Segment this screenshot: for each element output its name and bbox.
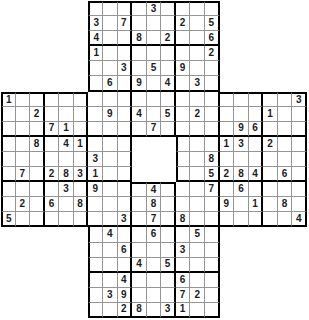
given-digit-r13c11[interactable]: 4 xyxy=(147,182,162,197)
empty-cell-r4c10[interactable] xyxy=(132,46,147,61)
empty-cell-r4c11[interactable] xyxy=(147,46,162,61)
empty-cell-r9c6[interactable] xyxy=(74,122,89,137)
empty-cell-r14c5[interactable] xyxy=(59,197,74,212)
empty-cell-r17c7[interactable] xyxy=(88,243,103,258)
empty-cell-r19c10[interactable] xyxy=(132,273,147,288)
empty-cell-r20c10[interactable] xyxy=(132,288,147,303)
given-digit-r3c7[interactable]: 4 xyxy=(88,31,103,46)
given-digit-r14c6[interactable]: 8 xyxy=(74,197,89,212)
empty-cell-r12c9[interactable] xyxy=(118,167,133,182)
given-digit-r18c10[interactable]: 4 xyxy=(132,258,147,273)
empty-cell-r9c3[interactable] xyxy=(30,122,45,137)
given-digit-r2c13[interactable]: 2 xyxy=(176,16,191,31)
given-digit-r3c10[interactable]: 8 xyxy=(132,31,147,46)
given-digit-r14c2[interactable]: 2 xyxy=(16,197,31,212)
given-digit-r14c16[interactable]: 9 xyxy=(220,197,235,212)
empty-cell-r10c18[interactable] xyxy=(249,137,264,152)
empty-cell-r12c8[interactable] xyxy=(103,167,118,182)
given-digit-r8c3[interactable]: 2 xyxy=(30,107,45,122)
given-digit-r17c9[interactable]: 6 xyxy=(118,243,133,258)
empty-cell-r8c9[interactable] xyxy=(118,107,133,122)
empty-cell-r7c11[interactable] xyxy=(147,92,162,107)
given-digit-r9c5[interactable]: 1 xyxy=(59,122,74,137)
empty-cell-r9c7[interactable] xyxy=(88,122,103,137)
empty-cell-r18c14[interactable] xyxy=(190,258,205,273)
empty-cell-r15c12[interactable] xyxy=(161,212,176,227)
empty-cell-r11c5[interactable] xyxy=(59,152,74,167)
given-digit-r5c11[interactable]: 5 xyxy=(147,61,162,76)
empty-cell-r8c4[interactable] xyxy=(45,107,60,122)
empty-cell-r9c2[interactable] xyxy=(16,122,31,137)
empty-cell-r15c14[interactable] xyxy=(190,212,205,227)
empty-cell-r12c14[interactable] xyxy=(190,167,205,182)
given-digit-r8c12[interactable]: 5 xyxy=(161,107,176,122)
empty-cell-r4c14[interactable] xyxy=(190,46,205,61)
empty-cell-r14c3[interactable] xyxy=(30,197,45,212)
empty-cell-r4c13[interactable] xyxy=(176,46,191,61)
empty-cell-r20c7[interactable] xyxy=(88,288,103,303)
given-digit-r13c5[interactable]: 3 xyxy=(59,182,74,197)
given-digit-r6c14[interactable]: 3 xyxy=(190,76,205,91)
given-digit-r10c5[interactable]: 4 xyxy=(59,137,74,152)
empty-cell-r9c20[interactable] xyxy=(278,122,293,137)
outside-area xyxy=(278,61,293,76)
given-digit-r11c7[interactable]: 3 xyxy=(88,152,103,167)
empty-cell-r15c16[interactable] xyxy=(220,212,235,227)
empty-cell-r1c15[interactable] xyxy=(205,1,220,16)
empty-cell-r13c6[interactable] xyxy=(74,182,89,197)
empty-cell-r12c3[interactable] xyxy=(30,167,45,182)
empty-cell-r9c21[interactable] xyxy=(292,122,307,137)
empty-cell-r7c19[interactable] xyxy=(263,92,278,107)
given-digit-r9c11[interactable]: 7 xyxy=(147,122,162,137)
empty-cell-r11c16[interactable] xyxy=(220,152,235,167)
empty-cell-r15c10[interactable] xyxy=(132,212,147,227)
empty-cell-r13c12[interactable] xyxy=(161,182,176,197)
empty-cell-r14c12[interactable] xyxy=(161,197,176,212)
empty-cell-r10c20[interactable] xyxy=(278,137,293,152)
empty-cell-r2c8[interactable] xyxy=(103,16,118,31)
given-digit-r14c11[interactable]: 8 xyxy=(147,197,162,212)
empty-cell-r15c4[interactable] xyxy=(45,212,60,227)
empty-cell-r9c8[interactable] xyxy=(103,122,118,137)
empty-cell-r19c15[interactable] xyxy=(205,273,220,288)
empty-cell-r4c9[interactable] xyxy=(118,46,133,61)
empty-cell-r5c10[interactable] xyxy=(132,61,147,76)
empty-cell-r9c9[interactable] xyxy=(118,122,133,137)
empty-cell-r20c12[interactable] xyxy=(161,288,176,303)
outside-area xyxy=(1,31,16,46)
empty-cell-r12c21[interactable] xyxy=(292,167,307,182)
empty-cell-r21c14[interactable] xyxy=(190,303,205,318)
empty-cell-r16c15[interactable] xyxy=(205,227,220,242)
given-digit-r20c13[interactable]: 7 xyxy=(176,288,191,303)
given-digit-r12c4[interactable]: 2 xyxy=(45,167,60,182)
empty-cell-r10c4[interactable] xyxy=(45,137,60,152)
empty-cell-r1c7[interactable] xyxy=(88,1,103,16)
given-digit-r8c14[interactable]: 2 xyxy=(190,107,205,122)
empty-cell-r5c12[interactable] xyxy=(161,61,176,76)
empty-cell-r18c9[interactable] xyxy=(118,258,133,273)
given-digit-r7c21[interactable]: 3 xyxy=(292,92,307,107)
given-digit-r16c8[interactable]: 4 xyxy=(103,227,118,242)
empty-cell-r1c10[interactable] xyxy=(132,1,147,16)
empty-cell-r10c7[interactable] xyxy=(88,137,103,152)
empty-cell-r15c3[interactable] xyxy=(30,212,45,227)
empty-cell-r21c8[interactable] xyxy=(103,303,118,318)
empty-cell-r8c13[interactable] xyxy=(176,107,191,122)
given-digit-r3c12[interactable]: 2 xyxy=(161,31,176,46)
outside-area xyxy=(263,243,278,258)
outside-area xyxy=(263,31,278,46)
given-digit-r21c12[interactable]: 3 xyxy=(161,303,176,318)
empty-cell-r21c15[interactable] xyxy=(205,303,220,318)
given-digit-r20c8[interactable]: 3 xyxy=(103,288,118,303)
empty-cell-r14c19[interactable] xyxy=(263,197,278,212)
given-digit-r12c17[interactable]: 8 xyxy=(234,167,249,182)
empty-cell-r4c12[interactable] xyxy=(161,46,176,61)
empty-cell-r1c8[interactable] xyxy=(103,1,118,16)
outside-area xyxy=(30,46,45,61)
given-digit-r6c8[interactable]: 6 xyxy=(103,76,118,91)
empty-cell-r10c14[interactable] xyxy=(190,137,205,152)
given-digit-r5c13[interactable]: 9 xyxy=(176,61,191,76)
empty-cell-r17c10[interactable] xyxy=(132,243,147,258)
empty-cell-r14c17[interactable] xyxy=(234,197,249,212)
empty-cell-r6c7[interactable] xyxy=(88,76,103,91)
empty-cell-r7c13[interactable] xyxy=(176,92,191,107)
empty-cell-r12c1[interactable] xyxy=(1,167,16,182)
empty-cell-r6c13[interactable] xyxy=(176,76,191,91)
given-digit-r15c13[interactable]: 8 xyxy=(176,212,191,227)
given-digit-r21c10[interactable]: 8 xyxy=(132,303,147,318)
empty-cell-r16c10[interactable] xyxy=(132,227,147,242)
given-digit-r12c7[interactable]: 1 xyxy=(88,167,103,182)
empty-cell-r18c7[interactable] xyxy=(88,258,103,273)
empty-cell-r1c14[interactable] xyxy=(190,1,205,16)
empty-cell-r11c6[interactable] xyxy=(74,152,89,167)
empty-cell-r6c9[interactable] xyxy=(118,76,133,91)
empty-cell-r7c18[interactable] xyxy=(249,92,264,107)
empty-cell-r15c19[interactable] xyxy=(263,212,278,227)
empty-cell-r8c5[interactable] xyxy=(59,107,74,122)
outside-area xyxy=(292,303,307,318)
given-digit-r12c20[interactable]: 6 xyxy=(278,167,293,182)
given-digit-r14c4[interactable]: 6 xyxy=(45,197,60,212)
empty-cell-r2c10[interactable] xyxy=(132,16,147,31)
empty-cell-r10c13[interactable] xyxy=(176,137,191,152)
outside-area xyxy=(263,303,278,318)
empty-cell-r8c2[interactable] xyxy=(16,107,31,122)
empty-cell-r11c20[interactable] xyxy=(278,152,293,167)
empty-cell-r11c18[interactable] xyxy=(249,152,264,167)
given-digit-r2c15[interactable]: 5 xyxy=(205,16,220,31)
outside-area xyxy=(1,273,16,288)
empty-cell-r13c20[interactable] xyxy=(278,182,293,197)
empty-cell-r16c9[interactable] xyxy=(118,227,133,242)
empty-cell-r15c20[interactable] xyxy=(278,212,293,227)
empty-cell-r11c9[interactable] xyxy=(118,152,133,167)
given-digit-r20c9[interactable]: 9 xyxy=(118,288,133,303)
empty-cell-r13c13[interactable] xyxy=(176,182,191,197)
empty-cell-r21c7[interactable] xyxy=(88,303,103,318)
empty-cell-r7c15[interactable] xyxy=(205,92,220,107)
empty-cell-r10c21[interactable] xyxy=(292,137,307,152)
empty-cell-r15c7[interactable] xyxy=(88,212,103,227)
given-digit-r19c9[interactable]: 4 xyxy=(118,273,133,288)
empty-cell-r15c8[interactable] xyxy=(103,212,118,227)
empty-cell-r12c13[interactable] xyxy=(176,167,191,182)
empty-cell-r15c2[interactable] xyxy=(16,212,31,227)
empty-cell-r19c7[interactable] xyxy=(88,273,103,288)
empty-cell-r6c11[interactable] xyxy=(147,76,162,91)
empty-cell-r8c7[interactable] xyxy=(88,107,103,122)
empty-cell-r7c14[interactable] xyxy=(190,92,205,107)
empty-cell-r8c1[interactable] xyxy=(1,107,16,122)
empty-cell-r13c21[interactable] xyxy=(292,182,307,197)
empty-cell-r10c2[interactable] xyxy=(16,137,31,152)
given-digit-r8c8[interactable]: 9 xyxy=(103,107,118,122)
empty-cell-r15c5[interactable] xyxy=(59,212,74,227)
empty-cell-r7c12[interactable] xyxy=(161,92,176,107)
empty-cell-r15c18[interactable] xyxy=(249,212,264,227)
given-digit-r21c13[interactable]: 1 xyxy=(176,303,191,318)
empty-cell-r3c8[interactable] xyxy=(103,31,118,46)
empty-cell-r8c18[interactable] xyxy=(249,107,264,122)
empty-cell-r15c6[interactable] xyxy=(74,212,89,227)
empty-cell-r13c14[interactable] xyxy=(190,182,205,197)
given-digit-r6c10[interactable]: 9 xyxy=(132,76,147,91)
empty-cell-r9c1[interactable] xyxy=(1,122,16,137)
empty-cell-r11c17[interactable] xyxy=(234,152,249,167)
empty-cell-r11c8[interactable] xyxy=(103,152,118,167)
empty-cell-r19c12[interactable] xyxy=(161,273,176,288)
empty-cell-r8c15[interactable] xyxy=(205,107,220,122)
given-digit-r10c6[interactable]: 1 xyxy=(74,137,89,152)
empty-cell-r17c11[interactable] xyxy=(147,243,162,258)
empty-cell-r9c16[interactable] xyxy=(220,122,235,137)
empty-cell-r14c1[interactable] xyxy=(1,197,16,212)
empty-cell-r13c16[interactable] xyxy=(220,182,235,197)
given-digit-r15c11[interactable]: 7 xyxy=(147,212,162,227)
given-digit-r12c2[interactable]: 7 xyxy=(16,167,31,182)
empty-cell-r5c7[interactable] xyxy=(88,61,103,76)
given-digit-r6c12[interactable]: 4 xyxy=(161,76,176,91)
outside-area xyxy=(16,288,31,303)
empty-cell-r8c21[interactable] xyxy=(292,107,307,122)
given-digit-r11c15[interactable]: 8 xyxy=(205,152,220,167)
empty-cell-r16c13[interactable] xyxy=(176,227,191,242)
empty-cell-r19c8[interactable] xyxy=(103,273,118,288)
empty-cell-r14c13[interactable] xyxy=(176,197,191,212)
empty-cell-r1c9[interactable] xyxy=(118,1,133,16)
given-digit-r12c16[interactable]: 2 xyxy=(220,167,235,182)
empty-cell-r14c15[interactable] xyxy=(205,197,220,212)
given-digit-r10c17[interactable]: 3 xyxy=(234,137,249,152)
empty-cell-r16c12[interactable] xyxy=(161,227,176,242)
empty-cell-r20c15[interactable] xyxy=(205,288,220,303)
given-digit-r13c7[interactable]: 9 xyxy=(88,182,103,197)
empty-cell-r6c15[interactable] xyxy=(205,76,220,91)
empty-cell-r7c9[interactable] xyxy=(118,92,133,107)
given-digit-r20c14[interactable]: 2 xyxy=(190,288,205,303)
empty-cell-r8c11[interactable] xyxy=(147,107,162,122)
empty-cell-r14c14[interactable] xyxy=(190,197,205,212)
empty-cell-r17c14[interactable] xyxy=(190,243,205,258)
given-digit-r15c1[interactable]: 5 xyxy=(1,212,16,227)
empty-cell-r5c15[interactable] xyxy=(205,61,220,76)
given-digit-r9c4[interactable]: 7 xyxy=(45,122,60,137)
given-digit-r2c7[interactable]: 3 xyxy=(88,16,103,31)
empty-cell-r9c15[interactable] xyxy=(205,122,220,137)
given-digit-r12c18[interactable]: 4 xyxy=(249,167,264,182)
empty-cell-r7c17[interactable] xyxy=(234,92,249,107)
empty-cell-r15c15[interactable] xyxy=(205,212,220,227)
empty-cell-r7c5[interactable] xyxy=(59,92,74,107)
empty-cell-r18c8[interactable] xyxy=(103,258,118,273)
empty-cell-r13c10[interactable] xyxy=(132,182,147,197)
outside-area xyxy=(220,227,235,242)
empty-cell-r13c4[interactable] xyxy=(45,182,60,197)
empty-cell-r8c17[interactable] xyxy=(234,107,249,122)
given-digit-r12c5[interactable]: 8 xyxy=(59,167,74,182)
given-digit-r2c9[interactable]: 7 xyxy=(118,16,133,31)
empty-cell-r12c19[interactable] xyxy=(263,167,278,182)
given-digit-r12c6[interactable]: 3 xyxy=(74,167,89,182)
empty-cell-r2c12[interactable] xyxy=(161,16,176,31)
empty-cell-r8c6[interactable] xyxy=(74,107,89,122)
empty-cell-r4c8[interactable] xyxy=(103,46,118,61)
empty-cell-r9c14[interactable] xyxy=(190,122,205,137)
given-digit-r19c13[interactable]: 6 xyxy=(176,273,191,288)
empty-cell-r17c15[interactable] xyxy=(205,243,220,258)
given-digit-r13c15[interactable]: 7 xyxy=(205,182,220,197)
empty-cell-r16c7[interactable] xyxy=(88,227,103,242)
empty-cell-r7c10[interactable] xyxy=(132,92,147,107)
empty-cell-r13c18[interactable] xyxy=(249,182,264,197)
empty-cell-r10c8[interactable] xyxy=(103,137,118,152)
given-digit-r21c9[interactable]: 2 xyxy=(118,303,133,318)
empty-cell-r9c13[interactable] xyxy=(176,122,191,137)
empty-cell-r7c3[interactable] xyxy=(30,92,45,107)
given-digit-r10c19[interactable]: 2 xyxy=(263,137,278,152)
empty-cell-r5c14[interactable] xyxy=(190,61,205,76)
empty-cell-r9c19[interactable] xyxy=(263,122,278,137)
outside-area xyxy=(220,273,235,288)
empty-cell-r9c10[interactable] xyxy=(132,122,147,137)
given-digit-r14c20[interactable]: 8 xyxy=(278,197,293,212)
given-digit-r9c17[interactable]: 9 xyxy=(234,122,249,137)
empty-cell-r13c2[interactable] xyxy=(16,182,31,197)
empty-cell-r11c14[interactable] xyxy=(190,152,205,167)
given-digit-r8c10[interactable]: 4 xyxy=(132,107,147,122)
empty-cell-r8c16[interactable] xyxy=(220,107,235,122)
given-digit-r10c16[interactable]: 1 xyxy=(220,137,235,152)
given-digit-r14c18[interactable]: 1 xyxy=(249,197,264,212)
given-digit-r9c18[interactable]: 6 xyxy=(249,122,264,137)
given-digit-r7c1[interactable]: 1 xyxy=(1,92,16,107)
empty-cell-r15c17[interactable] xyxy=(234,212,249,227)
given-digit-r10c3[interactable]: 8 xyxy=(30,137,45,152)
given-digit-r3c15[interactable]: 6 xyxy=(205,31,220,46)
empty-cell-r11c13[interactable] xyxy=(176,152,191,167)
empty-cell-r3c11[interactable] xyxy=(147,31,162,46)
given-digit-r4c15[interactable]: 2 xyxy=(205,46,220,61)
given-digit-r16c11[interactable]: 6 xyxy=(147,227,162,242)
given-digit-r12c15[interactable]: 5 xyxy=(205,167,220,182)
empty-cell-r17c8[interactable] xyxy=(103,243,118,258)
given-digit-r8c19[interactable]: 1 xyxy=(263,107,278,122)
empty-cell-r14c9[interactable] xyxy=(118,197,133,212)
empty-cell-r13c9[interactable] xyxy=(118,182,133,197)
given-digit-r15c9[interactable]: 3 xyxy=(118,212,133,227)
empty-cell-r18c11[interactable] xyxy=(147,258,162,273)
empty-cell-r7c20[interactable] xyxy=(278,92,293,107)
empty-cell-r3c9[interactable] xyxy=(118,31,133,46)
given-digit-r18c12[interactable]: 5 xyxy=(161,258,176,273)
given-digit-r17c13[interactable]: 3 xyxy=(176,243,191,258)
empty-cell-r10c15[interactable] xyxy=(205,137,220,152)
empty-cell-r3c14[interactable] xyxy=(190,31,205,46)
empty-cell-r11c21[interactable] xyxy=(292,152,307,167)
empty-cell-r1c13[interactable] xyxy=(176,1,191,16)
given-digit-r15c21[interactable]: 4 xyxy=(292,212,307,227)
empty-cell-r11c1[interactable] xyxy=(1,152,16,167)
empty-cell-r7c4[interactable] xyxy=(45,92,60,107)
empty-cell-r7c16[interactable] xyxy=(220,92,235,107)
empty-cell-r7c6[interactable] xyxy=(74,92,89,107)
empty-cell-r1c12[interactable] xyxy=(161,1,176,16)
empty-cell-r7c8[interactable] xyxy=(103,92,118,107)
empty-cell-r11c2[interactable] xyxy=(16,152,31,167)
empty-cell-r7c2[interactable] xyxy=(16,92,31,107)
empty-cell-r13c8[interactable] xyxy=(103,182,118,197)
empty-cell-r7c7[interactable] xyxy=(88,92,103,107)
empty-cell-r11c4[interactable] xyxy=(45,152,60,167)
given-digit-r16c14[interactable]: 5 xyxy=(190,227,205,242)
empty-cell-r19c11[interactable] xyxy=(147,273,162,288)
empty-cell-r2c11[interactable] xyxy=(147,16,162,31)
empty-cell-r10c1[interactable] xyxy=(1,137,16,152)
empty-cell-r8c20[interactable] xyxy=(278,107,293,122)
empty-cell-r14c21[interactable] xyxy=(292,197,307,212)
empty-cell-r5c8[interactable] xyxy=(103,61,118,76)
given-digit-r5c9[interactable]: 3 xyxy=(118,61,133,76)
given-digit-r1c11[interactable]: 3 xyxy=(147,1,162,16)
empty-cell-r10c9[interactable] xyxy=(118,137,133,152)
empty-cell-r13c1[interactable] xyxy=(1,182,16,197)
empty-cell-r18c15[interactable] xyxy=(205,258,220,273)
empty-cell-r11c3[interactable] xyxy=(30,152,45,167)
given-digit-r13c17[interactable]: 6 xyxy=(234,182,249,197)
empty-cell-r13c19[interactable] xyxy=(263,182,278,197)
empty-cell-r20c11[interactable] xyxy=(147,288,162,303)
empty-cell-r11c19[interactable] xyxy=(263,152,278,167)
given-digit-r4c7[interactable]: 1 xyxy=(88,46,103,61)
empty-cell-r14c10[interactable] xyxy=(132,197,147,212)
empty-cell-r2c14[interactable] xyxy=(190,16,205,31)
empty-cell-r17c12[interactable] xyxy=(161,243,176,258)
outside-area xyxy=(74,16,89,31)
empty-cell-r14c7[interactable] xyxy=(88,197,103,212)
empty-cell-r21c11[interactable] xyxy=(147,303,162,318)
empty-cell-r14c8[interactable] xyxy=(103,197,118,212)
empty-cell-r18c13[interactable] xyxy=(176,258,191,273)
empty-cell-r9c12[interactable] xyxy=(161,122,176,137)
empty-cell-r19c14[interactable] xyxy=(190,273,205,288)
empty-cell-r3c13[interactable] xyxy=(176,31,191,46)
empty-cell-r13c3[interactable] xyxy=(30,182,45,197)
